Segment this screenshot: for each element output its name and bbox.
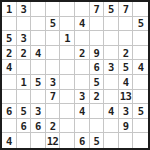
- grid-cell[interactable]: [75, 60, 90, 75]
- grid-cell[interactable]: 1: [17, 75, 32, 90]
- grid-cell[interactable]: 5: [90, 133, 105, 148]
- grid-cell[interactable]: 2: [2, 46, 17, 61]
- grid-cell[interactable]: 6: [2, 104, 17, 119]
- grid-cell[interactable]: 5: [104, 2, 119, 17]
- grid-cell[interactable]: [31, 2, 46, 17]
- grid-cell[interactable]: [17, 17, 32, 32]
- grid-cell[interactable]: 1: [60, 31, 75, 46]
- grid-cell[interactable]: [90, 104, 105, 119]
- grid-cell[interactable]: [60, 133, 75, 148]
- grid-cell[interactable]: 5: [133, 17, 148, 32]
- grid-cell[interactable]: 5: [90, 75, 105, 90]
- grid-cell[interactable]: 5: [46, 17, 61, 32]
- grid-cell[interactable]: 4: [75, 104, 90, 119]
- grid-cell[interactable]: [119, 133, 134, 148]
- grid-cell[interactable]: 7: [119, 2, 134, 17]
- grid-cell[interactable]: [90, 119, 105, 134]
- grid-cell[interactable]: 4: [2, 133, 17, 148]
- grid-cell[interactable]: 3: [75, 90, 90, 105]
- grid-cell[interactable]: [31, 17, 46, 32]
- grid-cell[interactable]: 2: [90, 90, 105, 105]
- grid-cell[interactable]: [60, 90, 75, 105]
- grid-cell[interactable]: [60, 46, 75, 61]
- grid-cell[interactable]: 4: [133, 60, 148, 75]
- grid-cell[interactable]: [133, 31, 148, 46]
- grid-cell[interactable]: 4: [31, 46, 46, 61]
- grid-cell[interactable]: 9: [119, 119, 134, 134]
- grid-cell[interactable]: [60, 119, 75, 134]
- grid-cell[interactable]: 6: [75, 133, 90, 148]
- grid-cell[interactable]: 13: [119, 90, 134, 105]
- grid-cell[interactable]: 9: [90, 46, 105, 61]
- grid-cell[interactable]: 4: [119, 75, 134, 90]
- grid-cell[interactable]: [133, 2, 148, 17]
- grid-cell[interactable]: 3: [31, 104, 46, 119]
- grid-cell[interactable]: [46, 31, 61, 46]
- grid-cell[interactable]: [133, 133, 148, 148]
- grid-cell[interactable]: [75, 119, 90, 134]
- grid-cell[interactable]: 4: [2, 60, 17, 75]
- grid-cell[interactable]: [75, 2, 90, 17]
- grid-cell[interactable]: 6: [31, 119, 46, 134]
- grid-cell[interactable]: [46, 60, 61, 75]
- grid-cell[interactable]: [133, 90, 148, 105]
- grid-cell[interactable]: 3: [17, 2, 32, 17]
- grid-cell[interactable]: [104, 75, 119, 90]
- grid-cell[interactable]: [46, 2, 61, 17]
- grid-cell[interactable]: [133, 75, 148, 90]
- grid-cell[interactable]: [60, 104, 75, 119]
- grid-cell[interactable]: 4: [104, 104, 119, 119]
- grid-cell[interactable]: 2: [75, 46, 90, 61]
- grid-cell[interactable]: [2, 119, 17, 134]
- grid-cell[interactable]: [46, 46, 61, 61]
- grid-cell[interactable]: [104, 31, 119, 46]
- grid-cell[interactable]: [31, 133, 46, 148]
- grid-cell[interactable]: 5: [17, 104, 32, 119]
- grid-cell[interactable]: [119, 31, 134, 46]
- grid-cell[interactable]: 2: [17, 46, 32, 61]
- grid-cell[interactable]: 3: [17, 31, 32, 46]
- grid-cell[interactable]: 1: [2, 2, 17, 17]
- grid-cell[interactable]: 2: [46, 119, 61, 134]
- grid-cell[interactable]: [2, 75, 17, 90]
- grid-cell[interactable]: [46, 104, 61, 119]
- grid-cell[interactable]: 2: [119, 46, 134, 61]
- grid-cell[interactable]: [17, 90, 32, 105]
- grid-cell[interactable]: [17, 133, 32, 148]
- grid-cell[interactable]: [104, 133, 119, 148]
- grid-cell[interactable]: 5: [31, 75, 46, 90]
- grid-cell[interactable]: [17, 60, 32, 75]
- grid-cell[interactable]: [104, 119, 119, 134]
- grid-cell[interactable]: 3: [46, 75, 61, 90]
- grid-cell[interactable]: 5: [2, 31, 17, 46]
- grid-cell[interactable]: [31, 60, 46, 75]
- grid-cell[interactable]: [104, 90, 119, 105]
- grid-cell[interactable]: 7: [90, 2, 105, 17]
- grid-cell[interactable]: [60, 2, 75, 17]
- grid-cell[interactable]: 4: [75, 17, 90, 32]
- grid-cell[interactable]: [2, 90, 17, 105]
- grid-cell[interactable]: [90, 17, 105, 32]
- grid-cell[interactable]: 6: [90, 60, 105, 75]
- grid-cell[interactable]: [31, 90, 46, 105]
- grid-cell[interactable]: [60, 75, 75, 90]
- grid-cell[interactable]: 5: [133, 104, 148, 119]
- grid-cell[interactable]: 6: [17, 119, 32, 134]
- grid-cell[interactable]: [75, 75, 90, 90]
- grid-cell[interactable]: [90, 31, 105, 46]
- grid-cell[interactable]: 7: [46, 90, 61, 105]
- grid-cell[interactable]: [133, 46, 148, 61]
- grid-cell[interactable]: [60, 60, 75, 75]
- grid-cell[interactable]: 3: [104, 60, 119, 75]
- grid-cell[interactable]: [60, 17, 75, 32]
- grid-cell[interactable]: 12: [46, 133, 61, 148]
- grid-cell[interactable]: 3: [119, 104, 134, 119]
- grid-cell[interactable]: [119, 17, 134, 32]
- fillomino-board: 1375754553122429246354153547321365344356…: [0, 0, 150, 150]
- grid-cell[interactable]: [31, 31, 46, 46]
- grid-cell[interactable]: [2, 17, 17, 32]
- grid-cell[interactable]: [104, 17, 119, 32]
- grid-cell[interactable]: [104, 46, 119, 61]
- grid-cell[interactable]: 5: [119, 60, 134, 75]
- grid-cell[interactable]: [133, 119, 148, 134]
- grid-cell[interactable]: [75, 31, 90, 46]
